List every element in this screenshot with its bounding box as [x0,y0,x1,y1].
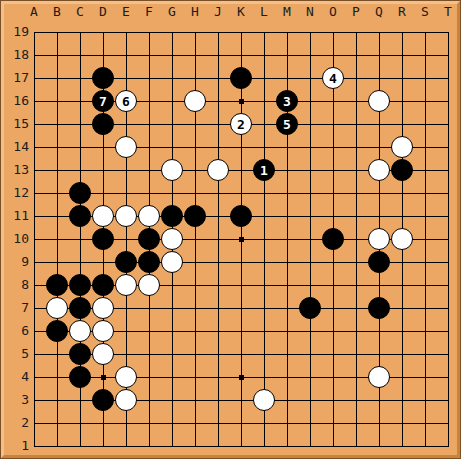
white-stone-E8 [115,274,137,296]
move-5-black-stone-M15: 5 [276,113,298,135]
coord-letter-T: T [440,4,456,20]
move-7-black-stone-D16: 7 [92,90,114,112]
coord-number-4: 4 [3,369,29,385]
coord-number-19: 19 [3,24,29,40]
white-stone-E4 [115,366,137,388]
black-stone-B6 [46,320,68,342]
star-point-K10 [239,237,244,242]
black-stone-D3 [92,389,114,411]
coord-letter-F: F [141,4,157,20]
move-6-white-stone-E16: 6 [115,90,137,112]
coord-number-6: 6 [3,323,29,339]
coord-number-8: 8 [3,277,29,293]
star-point-K4 [239,375,244,380]
black-stone-E9 [115,251,137,273]
white-stone-F11 [138,205,160,227]
coord-number-15: 15 [3,116,29,132]
white-stone-H16 [184,90,206,112]
coord-number-17: 17 [3,70,29,86]
white-stone-E14 [115,136,137,158]
coord-letter-B: B [49,4,65,20]
coord-number-5: 5 [3,346,29,362]
coord-letter-K: K [233,4,249,20]
coord-letter-G: G [164,4,180,20]
coord-number-2: 2 [3,415,29,431]
white-stone-D5 [92,343,114,365]
white-stone-L3 [253,389,275,411]
white-stone-J13 [207,159,229,181]
coord-number-12: 12 [3,185,29,201]
white-stone-E11 [115,205,137,227]
coord-number-11: 11 [3,208,29,224]
white-stone-G10 [161,228,183,250]
coord-number-9: 9 [3,254,29,270]
white-stone-G13 [161,159,183,181]
white-stone-D6 [92,320,114,342]
black-stone-H11 [184,205,206,227]
coord-letter-D: D [95,4,111,20]
star-point-K16 [239,99,244,104]
coord-number-1: 1 [3,438,29,454]
move-3-black-stone-M16: 3 [276,90,298,112]
white-stone-F8 [138,274,160,296]
white-stone-C6 [69,320,91,342]
black-stone-K17 [230,67,252,89]
coord-letter-R: R [394,4,410,20]
coord-number-14: 14 [3,139,29,155]
coord-number-10: 10 [3,231,29,247]
move-2-white-stone-K15: 2 [230,113,252,135]
move-1-black-stone-L13: 1 [253,159,275,181]
black-stone-R13 [391,159,413,181]
black-stone-D10 [92,228,114,250]
coord-letter-N: N [302,4,318,20]
white-stone-Q16 [368,90,390,112]
coord-letter-L: L [256,4,272,20]
coord-letter-M: M [279,4,295,20]
coord-letter-P: P [348,4,364,20]
black-stone-C8 [69,274,91,296]
coord-letter-C: C [72,4,88,20]
black-stone-D17 [92,67,114,89]
coord-number-7: 7 [3,300,29,316]
black-stone-F9 [138,251,160,273]
black-stone-G11 [161,205,183,227]
go-board: ABCDEFGHJKLMNOPQRST 19181716151413121110… [0,0,461,459]
white-stone-R10 [391,228,413,250]
black-stone-C4 [69,366,91,388]
black-stone-F10 [138,228,160,250]
coord-number-3: 3 [3,392,29,408]
coord-letter-H: H [187,4,203,20]
white-stone-Q4 [368,366,390,388]
move-4-white-stone-O17: 4 [322,67,344,89]
black-stone-O10 [322,228,344,250]
white-stone-R14 [391,136,413,158]
white-stone-E3 [115,389,137,411]
coord-letter-S: S [417,4,433,20]
coord-letter-E: E [118,4,134,20]
black-stone-Q9 [368,251,390,273]
coord-number-18: 18 [3,47,29,63]
white-stone-B7 [46,297,68,319]
coord-number-13: 13 [3,162,29,178]
black-stone-K11 [230,205,252,227]
black-stone-D8 [92,274,114,296]
black-stone-N7 [299,297,321,319]
black-stone-C7 [69,297,91,319]
black-stone-C5 [69,343,91,365]
star-point-D4 [101,375,106,380]
coord-letter-O: O [325,4,341,20]
white-stone-D11 [92,205,114,227]
coord-letter-J: J [210,4,226,20]
coord-letter-Q: Q [371,4,387,20]
black-stone-C12 [69,182,91,204]
white-stone-G9 [161,251,183,273]
coord-number-16: 16 [3,93,29,109]
black-stone-C11 [69,205,91,227]
white-stone-Q10 [368,228,390,250]
white-stone-Q13 [368,159,390,181]
white-stone-D7 [92,297,114,319]
coord-letter-A: A [26,4,42,20]
black-stone-B8 [46,274,68,296]
black-stone-D15 [92,113,114,135]
black-stone-Q7 [368,297,390,319]
